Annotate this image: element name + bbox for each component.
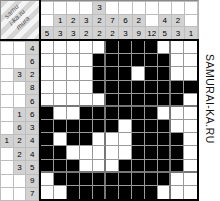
board-cell-r12c7[interactable] [119,186,132,199]
column-clues: 31232762425332223912531 [41,0,199,39]
column-clue-cell: 3 [171,26,185,40]
board-cell-r9c6[interactable] [106,146,119,159]
board-cell-r9c11[interactable] [171,146,184,159]
board-cell-r8c11[interactable] [171,133,184,146]
board-cell-r7c6[interactable] [106,120,119,133]
row-clue-cell [13,41,27,55]
board-cell-r10c12[interactable] [184,160,197,173]
board-cell-r11c1[interactable] [41,173,54,186]
board-cell-r9c5[interactable] [93,146,106,159]
board-cell-r6c1[interactable] [41,107,54,120]
board-cell-r3c11[interactable] [171,67,184,80]
row-clue-cell [13,187,27,201]
row-clue-cell [13,94,27,108]
board-cell-r12c1[interactable] [41,186,54,199]
board-cell-r12c6[interactable] [106,186,119,199]
board-cell-r7c8[interactable] [132,120,145,133]
board-cell-r9c9[interactable] [145,146,158,159]
row-clue-cell [13,54,27,68]
board-cell-r4c8[interactable] [132,81,145,94]
row-clue-cell: 4 [25,147,39,161]
column-clue-cell: 9 [132,26,146,40]
board-cell-r5c8[interactable] [132,94,145,107]
column-clue-cell [158,1,172,15]
board-cell-r4c4[interactable] [80,81,93,94]
column-clue-cell: 1 [184,26,198,40]
row-clue-cell [13,81,27,95]
row-clue-cell: 7 [25,187,39,201]
column-clue-cell: 7 [105,14,119,28]
column-clue-cell [79,1,93,15]
board-cell-r8c2[interactable] [54,133,67,146]
board-cell-r10c10[interactable] [158,160,171,173]
board-cell-r7c10[interactable] [158,120,171,133]
row-clue-cell [0,54,14,68]
board-cell-r4c7[interactable] [119,81,132,94]
row-clue-cell: 8 [25,81,39,95]
board-cell-r1c10[interactable] [158,41,171,54]
board-cell-r9c2[interactable] [54,146,67,159]
row-clue-cell: 6 [25,94,39,108]
board-cell-r6c10[interactable] [158,107,171,120]
board-cell-r12c12[interactable] [184,186,197,199]
board-cell-r7c1[interactable] [41,120,54,133]
row-clue-cell: 6 [13,121,27,135]
board-cell-r8c6[interactable] [106,133,119,146]
row-clue-cell: 2 [25,68,39,82]
board-cell-r7c3[interactable] [67,120,80,133]
board-cell-r1c1[interactable] [41,41,54,54]
board-cell-r5c1[interactable] [41,94,54,107]
row-clue-cell [13,174,27,188]
board-cell-r6c3[interactable] [67,107,80,120]
board-cell-r6c4[interactable] [80,107,93,120]
column-clue-cell: 2 [92,26,106,40]
site-watermark-text: SAMURAI-KA.RU [204,54,216,144]
board-cell-r7c7[interactable] [119,120,132,133]
board-cell-r8c12[interactable] [184,133,197,146]
board-cell-r3c12[interactable] [184,67,197,80]
board-cell-r11c5[interactable] [93,173,106,186]
row-clue-cell: 3 [13,160,27,174]
board-cell-r3c2[interactable] [54,67,67,80]
board-cell-r3c1[interactable] [41,67,54,80]
column-clue-cell [145,1,159,15]
column-clue-cell: 2 [92,14,106,28]
board-cell-r4c6[interactable] [106,81,119,94]
board-cell-r1c5[interactable] [93,41,106,54]
board-cell-r2c7[interactable] [119,54,132,67]
board-cell-r11c6[interactable] [106,173,119,186]
board-cell-r11c7[interactable] [119,173,132,186]
board-cell-r4c1[interactable] [41,81,54,94]
row-clue-cell [0,81,14,95]
board-cell-r5c9[interactable] [145,94,158,107]
column-clue-cell: 3 [92,1,106,15]
column-clue-cell: 3 [79,14,93,28]
board-cell-r4c5[interactable] [93,81,106,94]
column-clue-cell: 2 [171,14,185,28]
board-cell-r2c2[interactable] [54,54,67,67]
row-clue-cell [0,187,14,201]
board-cell-r6c12[interactable] [184,107,197,120]
board-cell-r8c7[interactable] [119,133,132,146]
board-cell-r10c11[interactable] [171,160,184,173]
board-cell-r2c3[interactable] [67,54,80,67]
board-cell-r9c1[interactable] [41,146,54,159]
row-clue-cell: 6 [25,107,39,121]
board-cell-r4c3[interactable] [67,81,80,94]
board-cell-r4c2[interactable] [54,81,67,94]
board-cell-r5c7[interactable] [119,94,132,107]
row-clue-cell: 1 [0,134,14,148]
board-cell-r1c3[interactable] [67,41,80,54]
row-clue-cell: 1 [13,107,27,121]
board-cell-r1c7[interactable] [119,41,132,54]
board-cell-r8c4[interactable] [80,133,93,146]
board-cell-r10c7[interactable] [119,160,132,173]
board-cell-r6c8[interactable] [132,107,145,120]
board-cell-r10c3[interactable] [67,160,80,173]
board-cell-r11c8[interactable] [132,173,145,186]
board-cell-r8c9[interactable] [145,133,158,146]
board-cell-r12c4[interactable] [80,186,93,199]
board-cell-r4c12[interactable] [184,81,197,94]
board-cell-r1c8[interactable] [132,41,145,54]
column-clue-cell [40,14,54,28]
board-cell-r4c11[interactable] [171,81,184,94]
column-clue-cell: 2 [79,26,93,40]
board-cell-r1c6[interactable] [106,41,119,54]
board-cell-r5c2[interactable] [54,94,67,107]
site-watermark: SAMURAI-KA.RU [199,0,220,201]
column-clue-cell [118,1,132,15]
board-cell-r12c5[interactable] [93,186,106,199]
board-cell-r3c8[interactable] [132,67,145,80]
row-clue-cell [0,94,14,108]
board-cell-r5c5[interactable] [93,94,106,107]
board-cell-r8c1[interactable] [41,133,54,146]
row-clue-cell: 4 [25,134,39,148]
board-cell-r2c5[interactable] [93,54,106,67]
column-clue-cell: 12 [145,26,159,40]
row-clue-cell: 2 [13,134,27,148]
board-cell-r10c4[interactable] [80,160,93,173]
board-cell-r7c2[interactable] [54,120,67,133]
column-clue-cell: 5 [40,26,54,40]
board-cell-r12c8[interactable] [132,186,145,199]
board-cell-r3c4[interactable] [80,67,93,80]
board-cell-r4c10[interactable] [158,81,171,94]
board-cell-r1c12[interactable] [184,41,197,54]
board-cell-r5c12[interactable] [184,94,197,107]
nonogram-puzzle: samu i-ka.ru mura 3123276242533222391253… [0,0,220,201]
column-clue-cell: 2 [105,26,119,40]
row-clue-cell [0,68,14,82]
board-cell-r4c9[interactable] [145,81,158,94]
board-grid [41,41,199,201]
board-cell-r11c2[interactable] [54,173,67,186]
board-cell-r6c11[interactable] [171,107,184,120]
board-cell-r11c9[interactable] [145,173,158,186]
board-cell-r11c3[interactable] [67,173,80,186]
row-clue-cell: 5 [25,160,39,174]
board-cell-r9c8[interactable] [132,146,145,159]
board-cell-r6c9[interactable] [145,107,158,120]
board-cell-r10c1[interactable] [41,160,54,173]
column-clue-cell [66,1,80,15]
board-cell-r11c4[interactable] [80,173,93,186]
board-cell-r5c11[interactable] [171,94,184,107]
board-cell-r9c3[interactable] [67,146,80,159]
board-cell-r3c5[interactable] [93,67,106,80]
board-cell-r7c11[interactable] [171,120,184,133]
board-cell-r12c3[interactable] [67,186,80,199]
column-clue-cell [171,1,185,15]
board-cell-r7c4[interactable] [80,120,93,133]
column-clue-cell: 1 [53,14,67,28]
row-clue-cell: 4 [25,41,39,55]
row-clue-cell [0,160,14,174]
board-cell-r2c1[interactable] [41,54,54,67]
row-clue-cell [0,121,14,135]
column-clue-cell: 3 [118,26,132,40]
row-clue-cell [0,107,14,121]
board-cell-r2c4[interactable] [80,54,93,67]
board-cell-r5c3[interactable] [67,94,80,107]
board-cell-r8c3[interactable] [67,133,80,146]
board-cell-r6c6[interactable] [106,107,119,120]
board-cell-r9c7[interactable] [119,146,132,159]
board-cell-r7c9[interactable] [145,120,158,133]
board-cell-r2c8[interactable] [132,54,145,67]
board-cell-r3c3[interactable] [67,67,80,80]
column-clue-cell: 3 [53,26,67,40]
board-cell-r5c6[interactable] [106,94,119,107]
board-cell-r12c11[interactable] [171,186,184,199]
row-clue-cell: 9 [25,174,39,188]
row-clue-cell [0,174,14,188]
board-cell-r5c4[interactable] [80,94,93,107]
column-clue-cell [184,14,198,28]
board-cell-r3c7[interactable] [119,67,132,80]
board-cell-r1c9[interactable] [145,41,158,54]
row-clue-cell: 2 [13,147,27,161]
board-cell-r7c5[interactable] [93,120,106,133]
board-cell-r12c9[interactable] [145,186,158,199]
column-clue-cell: 3 [66,26,80,40]
board-cell-r2c10[interactable] [158,54,171,67]
column-clue-cell: 2 [66,14,80,28]
board-cell-r8c8[interactable] [132,133,145,146]
row-clues: 4632861663124243597 [0,41,39,201]
board-cell-r9c12[interactable] [184,146,197,159]
board-cell-r3c10[interactable] [158,67,171,80]
board-cell-r1c4[interactable] [80,41,93,54]
board-cell-r9c4[interactable] [80,146,93,159]
column-clue-cell: 5 [158,26,172,40]
board-cell-r11c12[interactable] [184,173,197,186]
board-cell-r6c5[interactable] [93,107,106,120]
board-cell-r8c10[interactable] [158,133,171,146]
board-cell-r6c2[interactable] [54,107,67,120]
column-clue-cell: 6 [118,14,132,28]
column-clue-cell [184,1,198,15]
corner-watermark-text: samu i-ka.ru mura [0,0,39,39]
corner-watermark: samu i-ka.ru mura [0,0,39,39]
board-cell-r11c11[interactable] [171,173,184,186]
board-cell-r10c9[interactable] [145,160,158,173]
column-clue-cell: 4 [158,14,172,28]
column-clue-cell [145,14,159,28]
column-clue-cell [53,1,67,15]
column-clue-cell [40,1,54,15]
board-cell-r9c10[interactable] [158,146,171,159]
board-cell-r10c8[interactable] [132,160,145,173]
board-cell-r1c11[interactable] [171,41,184,54]
row-clue-cell: 6 [25,54,39,68]
board-cell-r11c10[interactable] [158,173,171,186]
board-cell-r10c5[interactable] [93,160,106,173]
board-cell-r2c12[interactable] [184,54,197,67]
board-cell-r10c2[interactable] [54,160,67,173]
board-cell-r2c11[interactable] [171,54,184,67]
row-clue-cell: 3 [25,121,39,135]
board-cell-r10c6[interactable] [106,160,119,173]
board-cell-r2c9[interactable] [145,54,158,67]
row-clue-cell [0,147,14,161]
column-clue-cell [132,1,146,15]
board-cell-r3c6[interactable] [106,67,119,80]
board-cell-r5c10[interactable] [158,94,171,107]
board-cell-r2c6[interactable] [106,54,119,67]
board-cell-r12c2[interactable] [54,186,67,199]
column-clue-cell [105,1,119,15]
board-cell-r1c2[interactable] [54,41,67,54]
board-cell-r12c10[interactable] [158,186,171,199]
board-cell-r7c12[interactable] [184,120,197,133]
column-clue-cell: 2 [132,14,146,28]
board-cell-r3c9[interactable] [145,67,158,80]
board-cell-r8c5[interactable] [93,133,106,146]
row-clue-cell: 3 [13,68,27,82]
row-clue-cell [0,41,14,55]
board-cell-r6c7[interactable] [119,107,132,120]
